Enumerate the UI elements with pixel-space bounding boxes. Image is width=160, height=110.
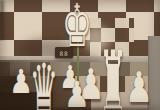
chess-scene: 88 ♚♟♟♛♟♟♜♟	[0, 0, 160, 110]
white-queen[interactable]: ♛	[30, 55, 59, 110]
white-pawn-d2[interactable]: ♟	[64, 77, 90, 110]
pieces-layer: ♚♟♟♛♟♟♜♟	[0, 0, 160, 110]
white-king[interactable]: ♚	[62, 0, 92, 56]
white-pawn-g2[interactable]: ♟	[125, 67, 153, 110]
white-rook[interactable]: ♜	[99, 39, 128, 110]
